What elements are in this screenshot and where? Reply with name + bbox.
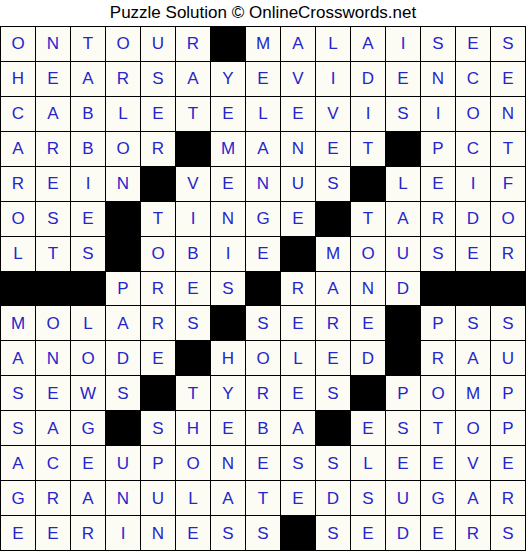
grid-cell: A: [351, 27, 385, 61]
grid-cell: R: [1, 167, 35, 201]
cell-letter: E: [222, 175, 233, 192]
cell-letter: N: [257, 175, 269, 192]
grid-cell: I: [421, 97, 455, 131]
cell-letter: D: [362, 350, 374, 367]
grid-cell: M: [316, 237, 350, 271]
cell-letter: U: [152, 35, 164, 52]
cell-letter: P: [117, 280, 128, 297]
grid-cell: R: [36, 481, 70, 515]
grid-cell: E: [281, 376, 315, 410]
cell-letter: R: [187, 35, 199, 52]
grid-cell: B: [246, 411, 280, 445]
grid-cell: E: [281, 481, 315, 515]
cell-letter: A: [82, 490, 93, 507]
cell-letter: U: [152, 490, 164, 507]
cell-letter: N: [362, 280, 374, 297]
grid-cell: C: [456, 62, 490, 96]
black-cell: [386, 132, 420, 166]
cell-letter: S: [432, 35, 443, 52]
grid-cell: E: [351, 516, 385, 550]
cell-letter: T: [188, 385, 198, 402]
cell-letter: E: [47, 175, 58, 192]
cell-letter: A: [187, 70, 198, 87]
grid-cell: R: [246, 376, 280, 410]
grid-cell: H: [211, 341, 245, 375]
cell-letter: G: [431, 490, 444, 507]
black-cell: [106, 202, 140, 236]
grid-cell: N: [351, 272, 385, 306]
grid-cell: N: [246, 167, 280, 201]
cell-letter: N: [117, 490, 129, 507]
cell-letter: S: [327, 455, 338, 472]
cell-letter: G: [11, 490, 24, 507]
grid-cell: N: [36, 341, 70, 375]
cell-letter: E: [292, 105, 303, 122]
grid-cell: O: [491, 202, 525, 236]
grid-cell: E: [246, 62, 280, 96]
grid-cell: S: [491, 516, 525, 550]
grid-cell: M: [211, 132, 245, 166]
grid-cell: A: [71, 481, 105, 515]
grid-cell: D: [106, 341, 140, 375]
grid-cell: I: [386, 27, 420, 61]
cell-letter: R: [502, 490, 514, 507]
grid-cell: S: [316, 376, 350, 410]
grid-cell: A: [106, 306, 140, 340]
cell-letter: V: [327, 105, 338, 122]
grid-cell: O: [421, 376, 455, 410]
cell-letter: V: [292, 70, 303, 87]
grid-cell: R: [141, 272, 175, 306]
cell-letter: L: [118, 105, 127, 122]
cell-letter: E: [257, 70, 268, 87]
grid-cell: A: [456, 481, 490, 515]
cell-letter: E: [432, 455, 443, 472]
grid-cell: I: [71, 167, 105, 201]
cell-letter: E: [432, 525, 443, 542]
cell-letter: L: [13, 245, 22, 262]
cell-letter: S: [152, 420, 163, 437]
black-cell: [281, 516, 315, 550]
cell-letter: P: [152, 455, 163, 472]
cell-letter: E: [47, 385, 58, 402]
grid-cell: E: [246, 446, 280, 480]
grid-cell: S: [316, 446, 350, 480]
grid-cell: S: [211, 516, 245, 550]
cell-letter: S: [467, 315, 478, 332]
grid-cell: E: [316, 341, 350, 375]
grid-cell: D: [386, 516, 420, 550]
cell-letter: R: [152, 280, 164, 297]
grid-cell: E: [351, 306, 385, 340]
grid-cell: R: [36, 132, 70, 166]
cell-letter: E: [187, 525, 198, 542]
cell-letter: C: [467, 70, 479, 87]
grid-cell: V: [316, 97, 350, 131]
black-cell: [211, 27, 245, 61]
cell-letter: S: [222, 280, 233, 297]
cell-letter: S: [187, 315, 198, 332]
grid-cell: E: [421, 446, 455, 480]
grid-cell: E: [246, 237, 280, 271]
cell-letter: E: [292, 385, 303, 402]
cell-letter: O: [466, 105, 479, 122]
grid-cell: E: [456, 27, 490, 61]
cell-letter: E: [257, 455, 268, 472]
cell-letter: E: [327, 350, 338, 367]
grid-cell: L: [351, 446, 385, 480]
grid-cell: M: [246, 27, 280, 61]
cell-letter: E: [362, 420, 373, 437]
cell-letter: E: [47, 70, 58, 87]
black-cell: [1, 272, 35, 306]
cell-letter: C: [467, 140, 479, 157]
cell-letter: H: [187, 420, 199, 437]
grid-cell: L: [281, 341, 315, 375]
cell-letter: H: [12, 70, 24, 87]
grid-cell: L: [176, 481, 210, 515]
cell-letter: R: [82, 525, 94, 542]
cell-letter: C: [12, 105, 24, 122]
grid-cell: D: [351, 341, 385, 375]
cell-letter: N: [222, 455, 234, 472]
grid-cell: E: [421, 167, 455, 201]
grid-cell: L: [246, 97, 280, 131]
cell-letter: E: [362, 315, 373, 332]
cell-letter: S: [362, 490, 373, 507]
cell-letter: S: [47, 210, 58, 227]
cell-letter: A: [12, 140, 23, 157]
cell-letter: F: [503, 175, 513, 192]
cell-letter: R: [12, 175, 24, 192]
grid-cell: R: [421, 202, 455, 236]
grid-cell: O: [351, 237, 385, 271]
grid-cell: T: [141, 202, 175, 236]
grid-cell: E: [176, 516, 210, 550]
cell-letter: N: [292, 140, 304, 157]
grid-cell: E: [316, 132, 350, 166]
grid-cell: E: [36, 516, 70, 550]
grid-cell: E: [491, 446, 525, 480]
cell-letter: N: [432, 70, 444, 87]
black-cell: [176, 341, 210, 375]
grid-cell: S: [316, 516, 350, 550]
grid-cell: V: [281, 62, 315, 96]
grid-cell: G: [246, 202, 280, 236]
cell-letter: T: [363, 140, 373, 157]
grid-cell: V: [176, 167, 210, 201]
cell-letter: D: [362, 70, 374, 87]
cell-letter: L: [83, 315, 92, 332]
cell-letter: E: [152, 105, 163, 122]
grid-cell: D: [316, 481, 350, 515]
grid-cell: D: [386, 272, 420, 306]
grid-cell: A: [1, 132, 35, 166]
grid-cell: I: [456, 167, 490, 201]
cell-letter: E: [12, 525, 23, 542]
cell-letter: P: [432, 140, 443, 157]
black-cell: [71, 272, 105, 306]
cell-letter: A: [12, 455, 23, 472]
black-cell: [351, 167, 385, 201]
cell-letter: E: [82, 210, 93, 227]
grid-cell: I: [351, 97, 385, 131]
black-cell: [386, 341, 420, 375]
grid-cell: T: [176, 97, 210, 131]
cell-letter: M: [466, 385, 480, 402]
cell-letter: A: [117, 315, 128, 332]
grid-cell: E: [141, 97, 175, 131]
cell-letter: L: [293, 350, 302, 367]
grid-cell: R: [316, 306, 350, 340]
grid-cell: R: [421, 341, 455, 375]
grid-cell: E: [281, 97, 315, 131]
grid-cell: I: [176, 202, 210, 236]
cell-letter: L: [188, 490, 197, 507]
cell-letter: R: [152, 140, 164, 157]
grid-cell: Y: [211, 62, 245, 96]
cell-letter: E: [327, 140, 338, 157]
cell-letter: A: [397, 210, 408, 227]
cell-letter: M: [256, 35, 270, 52]
black-cell: [141, 167, 175, 201]
cell-letter: A: [292, 35, 303, 52]
grid-cell: S: [246, 516, 280, 550]
grid-cell: S: [1, 411, 35, 445]
grid-cell: O: [71, 341, 105, 375]
grid-cell: E: [421, 516, 455, 550]
cell-letter: V: [187, 175, 198, 192]
cell-letter: T: [153, 210, 163, 227]
grid-cell: L: [71, 306, 105, 340]
grid-cell: A: [456, 341, 490, 375]
cell-letter: S: [327, 385, 338, 402]
grid-cell: O: [1, 202, 35, 236]
black-cell: [456, 272, 490, 306]
cell-letter: S: [12, 385, 23, 402]
grid-cell: T: [421, 411, 455, 445]
cell-letter: A: [292, 420, 303, 437]
grid-cell: E: [1, 516, 35, 550]
cell-letter: A: [257, 140, 268, 157]
cell-letter: S: [397, 420, 408, 437]
grid-cell: N: [211, 202, 245, 236]
cell-letter: D: [467, 210, 479, 227]
cell-letter: N: [152, 525, 164, 542]
cell-letter: I: [191, 210, 196, 227]
cell-letter: R: [502, 245, 514, 262]
grid-cell: T: [351, 202, 385, 236]
cell-letter: A: [467, 490, 478, 507]
cell-letter: S: [12, 420, 23, 437]
black-cell: [351, 376, 385, 410]
grid-cell: S: [36, 202, 70, 236]
grid-cell: S: [491, 306, 525, 340]
grid-cell: S: [281, 446, 315, 480]
grid-cell: L: [106, 97, 140, 131]
cell-letter: Y: [222, 70, 233, 87]
grid-cell: A: [386, 202, 420, 236]
cell-letter: O: [116, 35, 129, 52]
cell-letter: E: [47, 525, 58, 542]
cell-letter: U: [117, 455, 129, 472]
cell-letter: T: [48, 245, 58, 262]
grid-cell: A: [36, 411, 70, 445]
cell-letter: E: [502, 70, 513, 87]
cell-letter: I: [436, 105, 441, 122]
grid-cell: A: [281, 27, 315, 61]
cell-letter: O: [81, 350, 94, 367]
grid-cell: H: [176, 411, 210, 445]
grid-cell: R: [141, 132, 175, 166]
grid-cell: N: [421, 62, 455, 96]
cell-letter: B: [82, 140, 93, 157]
cell-letter: C: [47, 455, 59, 472]
cell-letter: S: [502, 35, 513, 52]
grid-cell: A: [1, 341, 35, 375]
cell-letter: T: [258, 490, 268, 507]
cell-letter: S: [117, 385, 128, 402]
grid-cell: M: [456, 376, 490, 410]
cell-letter: O: [501, 210, 514, 227]
cell-letter: S: [257, 315, 268, 332]
cell-letter: I: [366, 105, 371, 122]
grid-cell: G: [421, 481, 455, 515]
cell-letter: E: [292, 315, 303, 332]
cell-letter: P: [502, 385, 513, 402]
cell-letter: S: [82, 245, 93, 262]
grid-cell: O: [456, 97, 490, 131]
grid-cell: U: [491, 341, 525, 375]
cell-letter: I: [86, 175, 91, 192]
grid-cell: S: [386, 411, 420, 445]
cell-letter: M: [11, 315, 25, 332]
cell-letter: E: [467, 245, 478, 262]
grid-cell: N: [281, 132, 315, 166]
cell-letter: G: [256, 210, 269, 227]
grid-cell: E: [386, 62, 420, 96]
black-cell: [281, 237, 315, 271]
cell-letter: E: [152, 350, 163, 367]
cell-letter: T: [363, 210, 373, 227]
grid-cell: E: [386, 446, 420, 480]
cell-letter: S: [502, 315, 513, 332]
grid-cell: S: [421, 237, 455, 271]
cell-letter: U: [292, 175, 304, 192]
black-cell: [421, 272, 455, 306]
grid-cell: V: [456, 446, 490, 480]
cell-letter: S: [292, 455, 303, 472]
grid-cell: O: [106, 27, 140, 61]
cell-letter: S: [222, 525, 233, 542]
cell-letter: S: [432, 245, 443, 262]
cell-letter: O: [151, 245, 164, 262]
cell-letter: D: [327, 490, 339, 507]
grid-cell: S: [141, 411, 175, 445]
cell-letter: E: [222, 420, 233, 437]
cell-letter: S: [502, 525, 513, 542]
grid-cell: R: [491, 481, 525, 515]
cell-letter: S: [327, 175, 338, 192]
crossword-grid: ONTOURMALAISESHEARSAYEVIDENCECABLETELEVI…: [0, 26, 526, 551]
grid-cell: B: [71, 97, 105, 131]
grid-cell: L: [316, 27, 350, 61]
cell-letter: A: [222, 490, 233, 507]
grid-cell: T: [36, 237, 70, 271]
grid-cell: A: [246, 132, 280, 166]
cell-letter: E: [222, 105, 233, 122]
cell-letter: O: [11, 35, 24, 52]
grid-cell: N: [106, 167, 140, 201]
cell-letter: R: [47, 490, 59, 507]
black-cell: [106, 411, 140, 445]
cell-letter: O: [186, 455, 199, 472]
cell-letter: T: [503, 140, 513, 157]
cell-letter: D: [397, 525, 409, 542]
cell-letter: E: [362, 525, 373, 542]
grid-cell: P: [491, 411, 525, 445]
cell-letter: R: [152, 315, 164, 332]
grid-cell: E: [351, 411, 385, 445]
grid-cell: O: [141, 237, 175, 271]
grid-cell: O: [36, 306, 70, 340]
cell-letter: A: [327, 280, 338, 297]
cell-letter: R: [292, 280, 304, 297]
cell-letter: A: [467, 350, 478, 367]
grid-cell: A: [211, 481, 245, 515]
cell-letter: N: [47, 35, 59, 52]
cell-letter: N: [47, 350, 59, 367]
grid-cell: E: [36, 167, 70, 201]
cell-letter: R: [327, 315, 339, 332]
cell-letter: A: [12, 350, 23, 367]
grid-cell: H: [1, 62, 35, 96]
grid-cell: I: [106, 516, 140, 550]
cell-letter: E: [397, 70, 408, 87]
black-cell: [491, 272, 525, 306]
cell-letter: E: [82, 455, 93, 472]
grid-cell: O: [176, 446, 210, 480]
grid-cell: T: [71, 27, 105, 61]
cell-letter: O: [256, 350, 269, 367]
cell-letter: P: [432, 315, 443, 332]
grid-cell: N: [211, 446, 245, 480]
grid-cell: U: [386, 481, 420, 515]
cell-letter: N: [222, 210, 234, 227]
cell-letter: O: [431, 385, 444, 402]
grid-cell: U: [386, 237, 420, 271]
cell-letter: T: [188, 105, 198, 122]
cell-letter: B: [187, 245, 198, 262]
cell-letter: E: [292, 210, 303, 227]
cell-letter: G: [81, 420, 94, 437]
grid-cell: G: [1, 481, 35, 515]
grid-cell: U: [106, 446, 140, 480]
cell-letter: P: [397, 385, 408, 402]
cell-letter: M: [221, 140, 235, 157]
grid-cell: E: [456, 237, 490, 271]
cell-letter: U: [397, 245, 409, 262]
grid-cell: S: [246, 306, 280, 340]
cell-letter: U: [397, 490, 409, 507]
cell-letter: E: [502, 455, 513, 472]
black-cell: [211, 306, 245, 340]
cell-letter: I: [471, 175, 476, 192]
grid-cell: P: [421, 132, 455, 166]
grid-cell: E: [491, 62, 525, 96]
cell-letter: S: [257, 525, 268, 542]
grid-cell: P: [491, 376, 525, 410]
